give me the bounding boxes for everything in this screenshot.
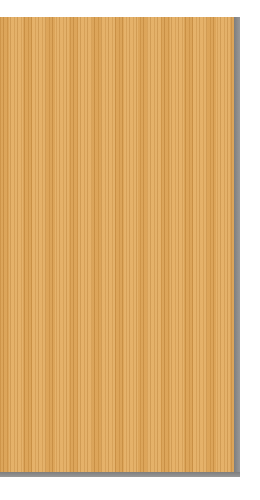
top-coordinate-strip bbox=[0, 0, 260, 17]
go-board[interactable] bbox=[0, 17, 234, 472]
bottom-coordinate-strip bbox=[0, 477, 260, 500]
right-coordinate-strip bbox=[240, 0, 260, 500]
go-app-window bbox=[0, 0, 260, 500]
